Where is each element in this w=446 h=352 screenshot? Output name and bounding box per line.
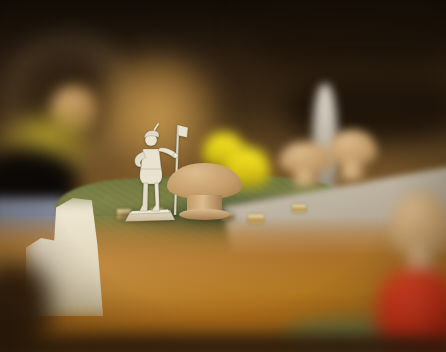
pawn-cap <box>390 192 446 254</box>
pawn-cap <box>167 163 242 199</box>
focal-wooden-mushroom-pawn <box>167 163 242 221</box>
pawn-cap <box>279 142 333 173</box>
foreground-shadow-band <box>0 334 446 352</box>
pawn-stem <box>341 161 364 180</box>
wooden-mushroom-pawn <box>279 142 333 192</box>
wooden-mushroom-pawn <box>327 130 377 187</box>
pawn-cap <box>327 130 377 165</box>
map-village-icon <box>292 204 306 213</box>
boardgame-photo-scene <box>0 0 446 352</box>
pawn-stem <box>294 170 319 187</box>
background-shadow <box>250 0 446 70</box>
